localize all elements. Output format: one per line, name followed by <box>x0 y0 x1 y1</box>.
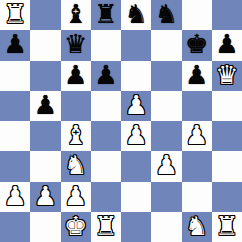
square-h8[interactable] <box>212 0 242 30</box>
square-e8[interactable]: ♞ <box>121 0 151 30</box>
square-d4[interactable] <box>91 121 121 151</box>
square-g3[interactable] <box>182 151 212 181</box>
square-f2[interactable] <box>151 182 181 212</box>
square-h2[interactable] <box>212 182 242 212</box>
square-g1[interactable]: ♞ <box>182 212 212 242</box>
square-e5[interactable]: ♟ <box>121 91 151 121</box>
square-h3[interactable] <box>212 151 242 181</box>
piece-black-pawn: ♟ <box>215 31 238 57</box>
piece-white-pawn: ♟ <box>155 152 178 178</box>
square-a8[interactable]: ♜ <box>0 0 30 30</box>
square-c7[interactable]: ♛ <box>61 30 91 60</box>
square-a2[interactable]: ♟ <box>0 182 30 212</box>
square-b6[interactable] <box>30 61 60 91</box>
square-d3[interactable] <box>91 151 121 181</box>
square-f4[interactable] <box>151 121 181 151</box>
piece-black-bishop: ♝ <box>64 1 87 27</box>
square-f7[interactable] <box>151 30 181 60</box>
square-f1[interactable] <box>151 212 181 242</box>
square-f6[interactable] <box>151 61 181 91</box>
piece-white-rook: ♜ <box>94 213 117 239</box>
piece-black-pawn: ♟ <box>94 62 117 88</box>
square-e1[interactable] <box>121 212 151 242</box>
piece-black-pawn: ♟ <box>185 62 208 88</box>
square-c4[interactable]: ♝ <box>61 121 91 151</box>
square-b4[interactable] <box>30 121 60 151</box>
square-b1[interactable] <box>30 212 60 242</box>
square-g6[interactable]: ♟ <box>182 61 212 91</box>
square-f5[interactable] <box>151 91 181 121</box>
piece-white-pawn: ♟ <box>64 183 87 209</box>
square-e2[interactable] <box>121 182 151 212</box>
chess-board-container: ♜♝♜♞♞♟♛♚♟♟♟♟♛♟♟♝♟♟♞♟♟♟♟♚♜♞♜ <box>0 0 242 242</box>
square-a1[interactable] <box>0 212 30 242</box>
piece-black-knight: ♞ <box>124 1 147 27</box>
square-b7[interactable] <box>30 30 60 60</box>
square-e7[interactable] <box>121 30 151 60</box>
square-c2[interactable]: ♟ <box>61 182 91 212</box>
piece-white-pawn: ♟ <box>185 122 208 148</box>
square-c6[interactable]: ♟ <box>61 61 91 91</box>
square-c5[interactable] <box>61 91 91 121</box>
square-c8[interactable]: ♝ <box>61 0 91 30</box>
piece-black-queen: ♛ <box>64 31 87 57</box>
square-b8[interactable] <box>30 0 60 30</box>
square-b5[interactable]: ♟ <box>30 91 60 121</box>
piece-white-king: ♚ <box>64 213 87 239</box>
square-g2[interactable] <box>182 182 212 212</box>
square-a3[interactable] <box>0 151 30 181</box>
square-c3[interactable]: ♞ <box>61 151 91 181</box>
square-h6[interactable]: ♛ <box>212 61 242 91</box>
square-d7[interactable] <box>91 30 121 60</box>
square-h5[interactable] <box>212 91 242 121</box>
square-e6[interactable] <box>121 61 151 91</box>
square-g8[interactable] <box>182 0 212 30</box>
square-d8[interactable]: ♜ <box>91 0 121 30</box>
square-b3[interactable] <box>30 151 60 181</box>
square-e3[interactable] <box>121 151 151 181</box>
piece-black-pawn: ♟ <box>64 62 87 88</box>
square-a4[interactable] <box>0 121 30 151</box>
square-a7[interactable]: ♟ <box>0 30 30 60</box>
piece-white-queen: ♛ <box>215 62 238 88</box>
square-g4[interactable]: ♟ <box>182 121 212 151</box>
piece-white-pawn: ♟ <box>124 92 147 118</box>
piece-black-pawn: ♟ <box>34 92 57 118</box>
piece-black-rook: ♜ <box>94 1 117 27</box>
square-a6[interactable] <box>0 61 30 91</box>
square-h1[interactable]: ♜ <box>212 212 242 242</box>
square-d6[interactable]: ♟ <box>91 61 121 91</box>
square-d5[interactable] <box>91 91 121 121</box>
piece-white-pawn: ♟ <box>124 122 147 148</box>
piece-black-king: ♚ <box>185 31 208 57</box>
square-a5[interactable] <box>0 91 30 121</box>
square-b2[interactable]: ♟ <box>30 182 60 212</box>
square-f3[interactable]: ♟ <box>151 151 181 181</box>
square-d1[interactable]: ♜ <box>91 212 121 242</box>
piece-black-knight: ♞ <box>155 1 178 27</box>
square-e4[interactable]: ♟ <box>121 121 151 151</box>
piece-white-knight: ♞ <box>185 213 208 239</box>
piece-white-rook: ♜ <box>3 1 26 27</box>
square-c1[interactable]: ♚ <box>61 212 91 242</box>
square-h7[interactable]: ♟ <box>212 30 242 60</box>
piece-black-pawn: ♟ <box>3 31 26 57</box>
piece-white-pawn: ♟ <box>34 183 57 209</box>
piece-white-pawn: ♟ <box>3 183 26 209</box>
piece-white-knight: ♞ <box>64 152 87 178</box>
square-g7[interactable]: ♚ <box>182 30 212 60</box>
chess-board: ♜♝♜♞♞♟♛♚♟♟♟♟♛♟♟♝♟♟♞♟♟♟♟♚♜♞♜ <box>0 0 242 242</box>
square-g5[interactable] <box>182 91 212 121</box>
square-f8[interactable]: ♞ <box>151 0 181 30</box>
square-h4[interactable] <box>212 121 242 151</box>
piece-white-rook: ♜ <box>215 213 238 239</box>
square-d2[interactable] <box>91 182 121 212</box>
piece-white-bishop: ♝ <box>64 122 87 148</box>
